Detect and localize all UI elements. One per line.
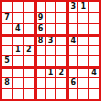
cell-r1c6[interactable]	[56, 2, 66, 12]
given-digit: 4	[15, 25, 21, 33]
cell-r8c7[interactable]: 6	[67, 78, 77, 88]
cell-r3c6[interactable]	[56, 24, 66, 34]
cell-r1c8[interactable]: 1	[78, 2, 88, 12]
given-digit: 4	[91, 69, 97, 77]
cell-r7c4[interactable]	[35, 67, 45, 77]
cell-r1c5[interactable]	[46, 2, 56, 12]
cell-r4c6[interactable]	[56, 35, 66, 45]
cell-r9c3[interactable]	[24, 89, 34, 99]
cell-r4c5[interactable]: 3	[46, 35, 56, 45]
cell-r8c9[interactable]	[89, 78, 99, 88]
cell-r9c9[interactable]	[89, 89, 99, 99]
cell-r2c3[interactable]	[24, 13, 34, 23]
cell-r2c1[interactable]: 7	[2, 13, 12, 23]
cell-r2c2[interactable]	[13, 13, 23, 23]
cell-r2c9[interactable]	[89, 13, 99, 23]
cell-r9c8[interactable]	[78, 89, 88, 99]
cell-r7c7[interactable]	[67, 67, 77, 77]
cell-r3c1[interactable]	[2, 24, 12, 34]
cell-r6c7[interactable]	[67, 56, 77, 66]
cell-r2c7[interactable]	[67, 13, 77, 23]
cell-r5c7[interactable]	[67, 46, 77, 56]
cell-r5c8[interactable]	[78, 46, 88, 56]
cell-r5c5[interactable]	[46, 46, 56, 56]
cell-r6c1[interactable]: 5	[2, 56, 12, 66]
cell-r8c6[interactable]	[56, 78, 66, 88]
cell-r1c7[interactable]: 3	[67, 2, 77, 12]
cell-r4c3[interactable]	[24, 35, 34, 45]
cell-r8c1[interactable]: 8	[2, 78, 12, 88]
cell-r6c9[interactable]	[89, 56, 99, 66]
cell-r5c4[interactable]	[35, 46, 45, 56]
cell-r5c3[interactable]: 2	[24, 46, 34, 56]
cell-r6c6[interactable]	[56, 56, 66, 66]
cell-r2c4[interactable]: 9	[35, 13, 45, 23]
cell-r4c9[interactable]	[89, 35, 99, 45]
cell-r4c7[interactable]: 4	[67, 35, 77, 45]
cell-r1c3[interactable]	[24, 2, 34, 12]
cell-r6c5[interactable]	[46, 56, 56, 66]
cell-r5c9[interactable]	[89, 46, 99, 56]
given-digit: 9	[38, 14, 44, 22]
given-digit: 7	[4, 14, 10, 22]
given-digit: 4	[70, 37, 76, 45]
cell-r3c7[interactable]	[67, 24, 77, 34]
cell-r7c3[interactable]	[24, 67, 34, 77]
cell-r9c2[interactable]	[13, 89, 23, 99]
cell-r7c6[interactable]: 2	[56, 67, 66, 77]
given-digit: 2	[59, 69, 65, 77]
cell-r3c8[interactable]	[78, 24, 88, 34]
given-digit: 2	[26, 46, 32, 54]
cell-r6c4[interactable]	[35, 56, 45, 66]
cell-r9c6[interactable]	[56, 89, 66, 99]
cell-r5c2[interactable]: 1	[13, 46, 23, 56]
cell-r8c5[interactable]	[46, 78, 56, 88]
given-digit: 3	[70, 3, 76, 11]
cell-r3c9[interactable]	[89, 24, 99, 34]
cell-r4c8[interactable]	[78, 35, 88, 45]
cell-r7c2[interactable]	[13, 67, 23, 77]
cell-r9c4[interactable]	[35, 89, 45, 99]
cell-r1c9[interactable]	[89, 2, 99, 12]
cell-r2c5[interactable]	[46, 13, 56, 23]
cell-r7c1[interactable]	[2, 67, 12, 77]
cell-r5c1[interactable]	[2, 46, 12, 56]
cell-r8c2[interactable]	[13, 78, 23, 88]
cell-r6c3[interactable]	[24, 56, 34, 66]
cell-r1c4[interactable]	[35, 2, 45, 12]
cell-r9c7[interactable]	[67, 89, 77, 99]
given-digit: 8	[38, 37, 44, 45]
cell-r9c1[interactable]	[2, 89, 12, 99]
cell-r6c2[interactable]	[13, 56, 23, 66]
cell-r1c1[interactable]	[2, 2, 12, 12]
cell-r8c8[interactable]	[78, 78, 88, 88]
given-digit: 5	[4, 57, 10, 65]
given-digit: 8	[4, 79, 10, 87]
cell-r4c4[interactable]: 8	[35, 35, 45, 45]
cell-r4c2[interactable]	[13, 35, 23, 45]
cell-r8c3[interactable]	[24, 78, 34, 88]
cell-r5c6[interactable]	[56, 46, 66, 56]
cell-r6c8[interactable]	[78, 56, 88, 66]
sudoku-board: 31794683412512486	[0, 0, 101, 101]
cell-r2c6[interactable]	[56, 13, 66, 23]
cell-r7c5[interactable]: 1	[46, 67, 56, 77]
cell-r4c1[interactable]	[2, 35, 12, 45]
cell-r3c3[interactable]	[24, 24, 34, 34]
given-digit: 6	[70, 79, 76, 87]
cell-r3c5[interactable]	[46, 24, 56, 34]
given-digit: 3	[48, 37, 54, 45]
given-digit: 1	[15, 46, 21, 54]
cell-r2c8[interactable]	[78, 13, 88, 23]
given-digit: 1	[80, 3, 86, 11]
cell-r1c2[interactable]	[13, 2, 23, 12]
cell-r7c9[interactable]: 4	[89, 67, 99, 77]
cell-r3c2[interactable]: 4	[13, 24, 23, 34]
cell-r7c8[interactable]	[78, 67, 88, 77]
cell-r8c4[interactable]	[35, 78, 45, 88]
cell-r3c4[interactable]: 6	[35, 24, 45, 34]
cell-r9c5[interactable]	[46, 89, 56, 99]
given-digit: 1	[48, 69, 54, 77]
given-digit: 6	[38, 25, 44, 33]
